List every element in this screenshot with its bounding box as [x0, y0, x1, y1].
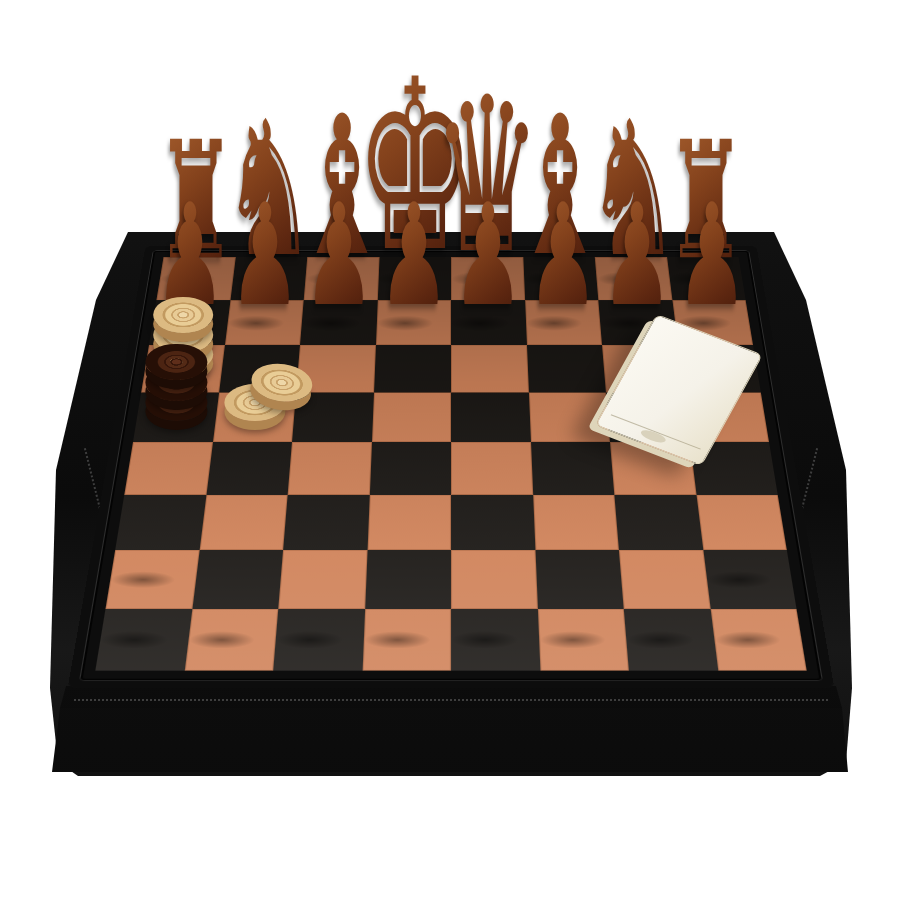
square-f2[interactable]: [535, 550, 624, 609]
square-d4[interactable]: [369, 442, 451, 494]
square-e1[interactable]: [451, 609, 540, 671]
square-g3[interactable]: [614, 494, 703, 549]
square-f7[interactable]: [525, 300, 602, 345]
square-f1[interactable]: [537, 609, 628, 671]
square-e5[interactable]: [451, 392, 531, 442]
square-b6[interactable]: [219, 345, 300, 392]
square-d6[interactable]: [374, 345, 451, 392]
square-b4[interactable]: [206, 442, 292, 494]
square-c2[interactable]: [278, 550, 367, 609]
square-d1[interactable]: [362, 609, 451, 671]
square-b7[interactable]: [224, 300, 303, 345]
square-g2[interactable]: [619, 550, 710, 609]
square-c1[interactable]: [273, 609, 364, 671]
square-c4[interactable]: [288, 442, 372, 494]
square-h6[interactable]: [678, 345, 761, 392]
square-g5[interactable]: [606, 392, 690, 442]
square-b8[interactable]: [230, 257, 307, 300]
square-a3[interactable]: [115, 494, 206, 549]
square-c3[interactable]: [283, 494, 369, 549]
square-f8[interactable]: [523, 257, 598, 300]
square-d2[interactable]: [365, 550, 451, 609]
square-a6[interactable]: [141, 345, 224, 392]
square-g1[interactable]: [624, 609, 718, 671]
square-d8[interactable]: [377, 257, 451, 300]
square-a8[interactable]: [156, 257, 235, 300]
square-a1[interactable]: [95, 609, 192, 671]
square-c8[interactable]: [304, 257, 379, 300]
square-h1[interactable]: [710, 609, 807, 671]
square-e4[interactable]: [451, 442, 533, 494]
square-e6[interactable]: [451, 345, 528, 392]
square-d5[interactable]: [372, 392, 452, 442]
square-a2[interactable]: [106, 550, 200, 609]
square-e3[interactable]: [451, 494, 535, 549]
square-h4[interactable]: [690, 442, 778, 494]
square-b5[interactable]: [213, 392, 297, 442]
square-g4[interactable]: [610, 442, 696, 494]
square-f4[interactable]: [531, 442, 615, 494]
square-f3[interactable]: [533, 494, 619, 549]
square-e8[interactable]: [451, 257, 525, 300]
square-c7[interactable]: [300, 300, 377, 345]
square-g6[interactable]: [602, 345, 683, 392]
square-a7[interactable]: [149, 300, 230, 345]
square-h8[interactable]: [667, 257, 746, 300]
square-h3[interactable]: [696, 494, 787, 549]
square-h2[interactable]: [703, 550, 797, 609]
square-f5[interactable]: [528, 392, 610, 442]
square-g8[interactable]: [595, 257, 672, 300]
square-a5[interactable]: [133, 392, 219, 442]
square-b3[interactable]: [199, 494, 288, 549]
square-h5[interactable]: [683, 392, 769, 442]
square-b1[interactable]: [184, 609, 278, 671]
square-c6[interactable]: [296, 345, 375, 392]
square-e7[interactable]: [451, 300, 527, 345]
square-c5[interactable]: [292, 392, 374, 442]
square-b2[interactable]: [192, 550, 283, 609]
square-a4[interactable]: [124, 442, 212, 494]
product-photo-scene: ♜♞♝♚♛♝♞♜♟♟♟♟♟♟♟♟♟♟♜♞♝♛♚♝♞♜: [0, 0, 902, 902]
stitch-seam-front: [74, 699, 828, 701]
square-e2[interactable]: [451, 550, 537, 609]
board-grid: [95, 257, 806, 670]
square-g7[interactable]: [598, 300, 677, 345]
square-d7[interactable]: [375, 300, 451, 345]
chess-board: [68, 246, 835, 689]
square-d3[interactable]: [367, 494, 451, 549]
square-h7[interactable]: [672, 300, 753, 345]
square-f6[interactable]: [527, 345, 606, 392]
